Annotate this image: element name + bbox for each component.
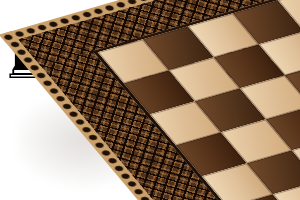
chess-box-photo: HGFED ♜♟♞♟♝♟♚♟♛♟♝♟ (0, 0, 300, 200)
